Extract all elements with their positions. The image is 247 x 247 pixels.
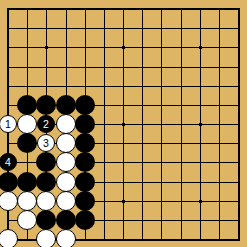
- black-stone[interactable]: [17, 95, 37, 115]
- white-stone[interactable]: [56, 114, 76, 134]
- white-stone[interactable]: 3: [37, 134, 55, 152]
- grid-line: [142, 9, 143, 239]
- black-stone[interactable]: [36, 95, 56, 115]
- black-stone[interactable]: [17, 133, 37, 153]
- black-stone[interactable]: [56, 95, 76, 115]
- move-number-label: 1: [5, 119, 11, 130]
- white-stone[interactable]: [56, 172, 76, 192]
- black-stone[interactable]: [75, 210, 95, 230]
- star-point: [122, 46, 125, 49]
- white-stone[interactable]: [56, 229, 76, 247]
- go-board[interactable]: 1234: [0, 0, 247, 247]
- white-stone[interactable]: [56, 133, 76, 153]
- grid-line: [219, 9, 220, 239]
- star-point: [122, 200, 125, 203]
- black-stone[interactable]: [75, 133, 95, 153]
- white-stone[interactable]: [36, 191, 56, 211]
- white-stone[interactable]: [56, 191, 76, 211]
- move-number-label: 3: [43, 138, 49, 149]
- black-stone[interactable]: [75, 172, 95, 192]
- white-stone[interactable]: [17, 114, 37, 134]
- grid-line: [181, 9, 182, 239]
- black-stone[interactable]: [36, 172, 56, 192]
- white-stone[interactable]: [0, 229, 18, 247]
- star-point: [199, 123, 202, 126]
- star-point: [199, 200, 202, 203]
- grid-line: [161, 9, 162, 239]
- black-stone[interactable]: [36, 152, 56, 172]
- black-stone[interactable]: [36, 210, 56, 230]
- black-stone[interactable]: [75, 152, 95, 172]
- black-stone[interactable]: [75, 95, 95, 115]
- white-stone[interactable]: [17, 191, 37, 211]
- black-stone[interactable]: [17, 172, 37, 192]
- move-number-label: 4: [5, 157, 11, 168]
- black-stone[interactable]: [75, 114, 95, 134]
- star-point: [45, 46, 48, 49]
- star-point: [199, 46, 202, 49]
- black-stone[interactable]: [75, 191, 95, 211]
- black-stone[interactable]: 2: [37, 115, 55, 133]
- white-stone[interactable]: [56, 152, 76, 172]
- black-stone[interactable]: [56, 210, 76, 230]
- star-point: [122, 123, 125, 126]
- white-stone[interactable]: [36, 229, 56, 247]
- white-stone[interactable]: [17, 210, 37, 230]
- grid-line: [238, 9, 239, 239]
- move-number-label: 2: [43, 119, 49, 130]
